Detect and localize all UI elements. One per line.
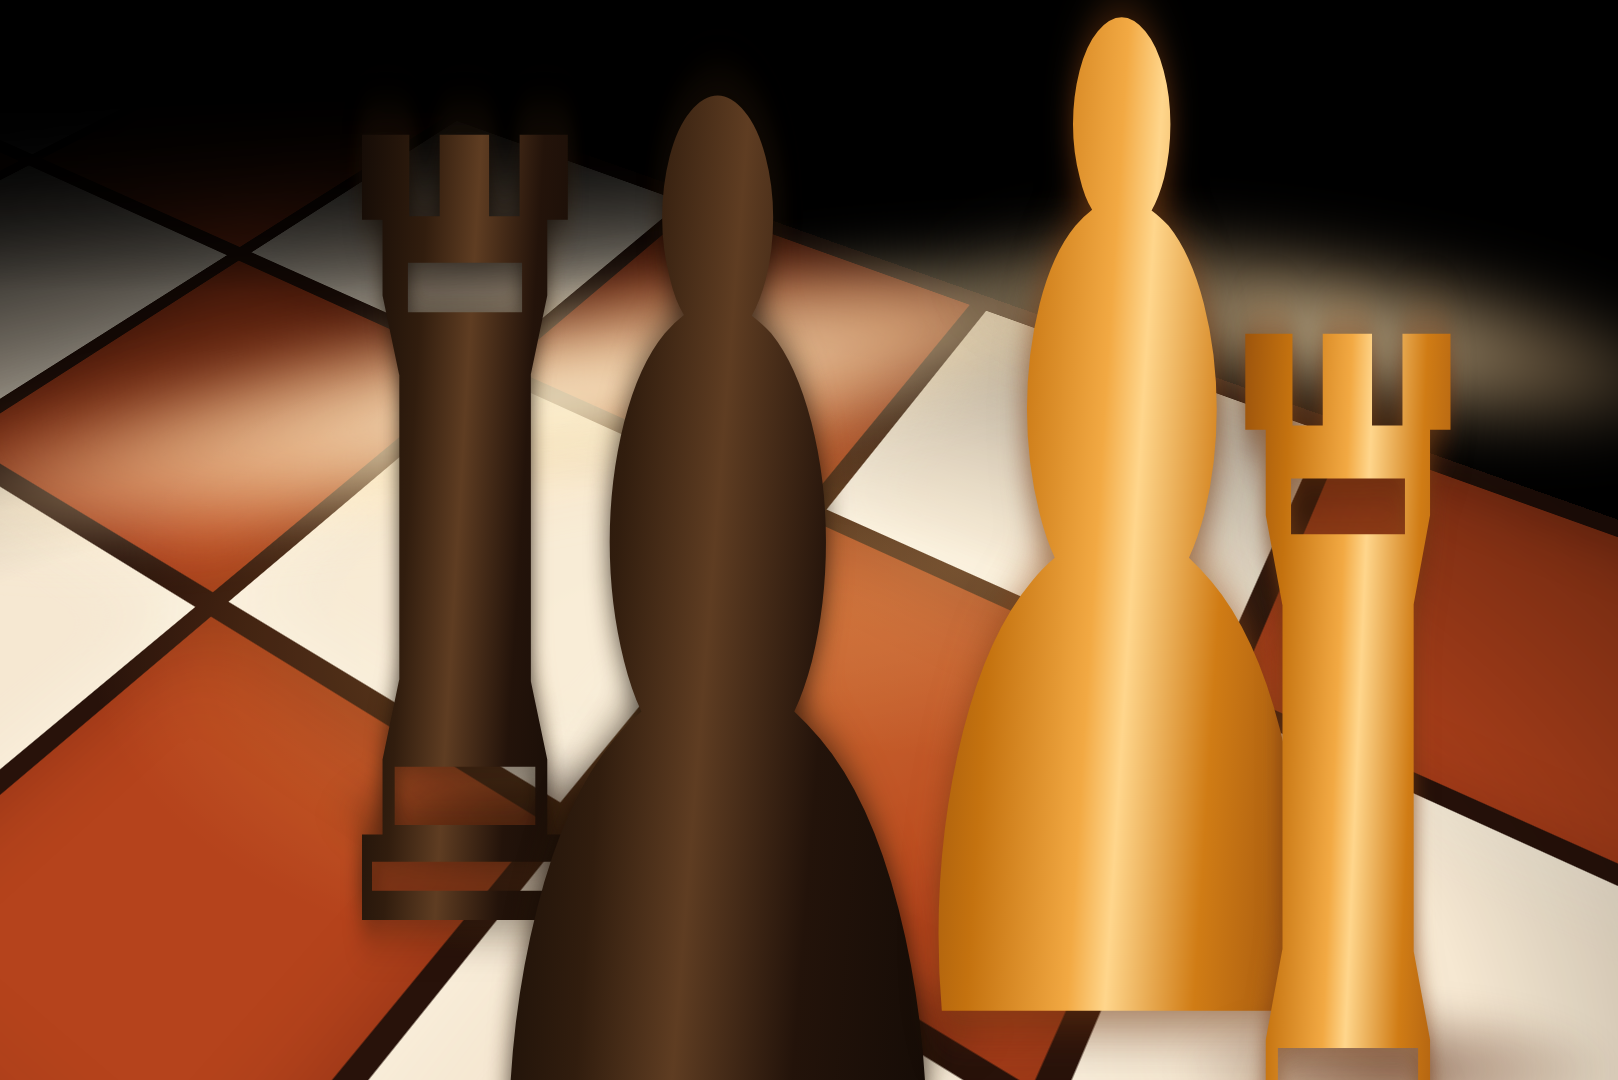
chess-photo-stage: ♜♟♟♜ xyxy=(0,0,1618,1080)
chessboard xyxy=(0,0,1618,1080)
